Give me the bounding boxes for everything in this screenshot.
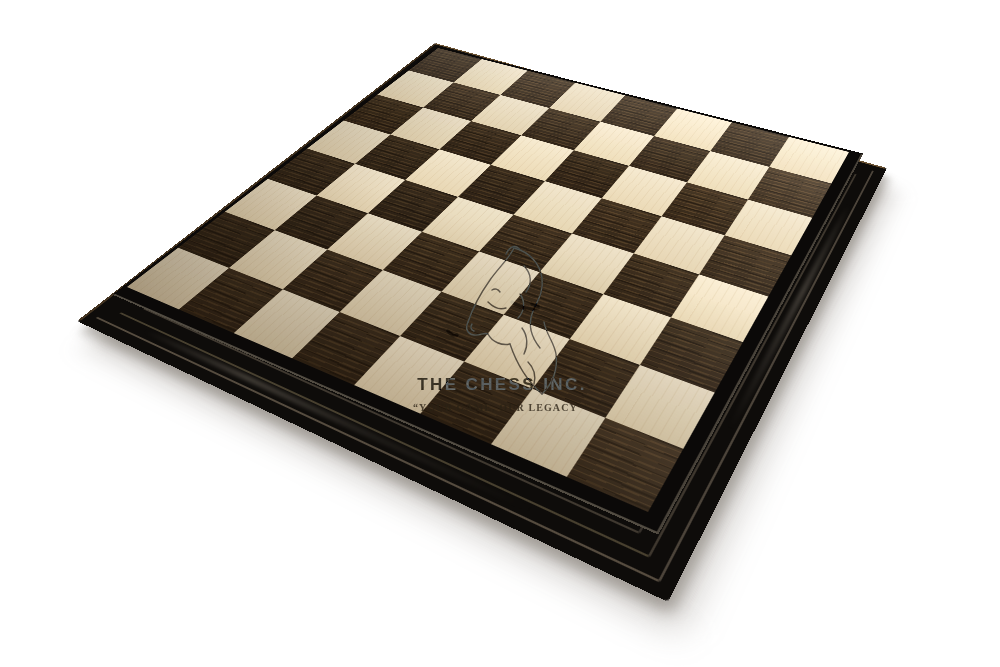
board-photo: THE CHESS INC. “YOUR GAME, OUR LEGACY”™ [0, 0, 1000, 667]
